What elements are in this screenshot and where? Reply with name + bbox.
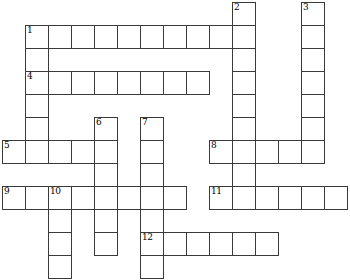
grid-cell[interactable] <box>48 140 72 164</box>
grid-cell[interactable] <box>301 71 325 95</box>
grid-cell[interactable] <box>209 25 233 49</box>
grid-cell[interactable] <box>255 232 279 256</box>
grid-cell[interactable]: 4 <box>25 71 49 95</box>
grid-cell[interactable] <box>232 232 256 256</box>
clue-number: 1 <box>27 26 32 35</box>
grid-cell[interactable] <box>48 232 72 256</box>
grid-cell[interactable] <box>255 186 279 210</box>
grid-cell[interactable] <box>140 140 164 164</box>
grid-cell[interactable] <box>301 25 325 49</box>
grid-cell[interactable] <box>140 71 164 95</box>
crossword-board: 231467589101112 <box>0 0 350 280</box>
grid-cell[interactable]: 12 <box>140 232 164 256</box>
grid-cell[interactable] <box>48 25 72 49</box>
grid-cell[interactable]: 6 <box>94 117 118 141</box>
grid-cell[interactable] <box>278 140 302 164</box>
grid-cell[interactable]: 8 <box>209 140 233 164</box>
grid-cell[interactable] <box>71 140 95 164</box>
grid-cell[interactable]: 2 <box>232 2 256 26</box>
grid-cell[interactable]: 7 <box>140 117 164 141</box>
grid-cell[interactable] <box>71 71 95 95</box>
clue-number: 8 <box>211 141 216 150</box>
grid-cell[interactable]: 3 <box>301 2 325 26</box>
grid-cell[interactable] <box>186 25 210 49</box>
grid-cell[interactable]: 11 <box>209 186 233 210</box>
crossword-page: 231467589101112 <box>0 0 350 280</box>
grid-cell[interactable] <box>232 94 256 118</box>
grid-cell[interactable] <box>186 71 210 95</box>
grid-cell[interactable] <box>25 140 49 164</box>
grid-cell[interactable] <box>232 186 256 210</box>
grid-cell[interactable] <box>140 25 164 49</box>
clue-number: 4 <box>27 72 32 81</box>
grid-cell[interactable] <box>25 117 49 141</box>
grid-cell[interactable] <box>209 232 233 256</box>
grid-cell[interactable] <box>25 186 49 210</box>
grid-cell[interactable]: 9 <box>2 186 26 210</box>
grid-cell[interactable]: 1 <box>25 25 49 49</box>
grid-cell[interactable] <box>301 186 325 210</box>
grid-cell[interactable] <box>94 140 118 164</box>
grid-cell[interactable] <box>232 71 256 95</box>
grid-cell[interactable] <box>94 25 118 49</box>
clue-number: 11 <box>211 187 221 196</box>
grid-cell[interactable] <box>140 163 164 187</box>
grid-cell[interactable] <box>232 117 256 141</box>
grid-cell[interactable] <box>301 94 325 118</box>
grid-cell[interactable] <box>163 71 187 95</box>
grid-cell[interactable] <box>71 186 95 210</box>
grid-cell[interactable] <box>48 71 72 95</box>
clue-number: 10 <box>50 187 60 196</box>
grid-cell[interactable] <box>278 186 302 210</box>
grid-cell[interactable] <box>232 163 256 187</box>
grid-cell[interactable] <box>71 25 95 49</box>
clue-number: 7 <box>142 118 147 127</box>
grid-cell[interactable] <box>48 209 72 233</box>
grid-cell[interactable] <box>117 186 141 210</box>
grid-cell[interactable] <box>140 209 164 233</box>
grid-cell[interactable] <box>324 186 348 210</box>
clue-number: 6 <box>96 118 101 127</box>
grid-cell[interactable] <box>163 232 187 256</box>
grid-cell[interactable] <box>163 25 187 49</box>
grid-cell[interactable] <box>140 255 164 279</box>
grid-cell[interactable] <box>301 48 325 72</box>
grid-cell[interactable] <box>301 140 325 164</box>
grid-cell[interactable] <box>94 186 118 210</box>
grid-cell[interactable] <box>94 163 118 187</box>
clue-number: 2 <box>234 3 239 12</box>
grid-cell[interactable] <box>94 71 118 95</box>
grid-cell[interactable]: 10 <box>48 186 72 210</box>
grid-cell[interactable] <box>25 94 49 118</box>
clue-number: 12 <box>142 233 152 242</box>
grid-cell[interactable] <box>232 48 256 72</box>
clue-number: 9 <box>4 187 9 196</box>
grid-cell[interactable] <box>94 232 118 256</box>
grid-cell[interactable]: 5 <box>2 140 26 164</box>
grid-cell[interactable] <box>232 25 256 49</box>
grid-cell[interactable] <box>117 71 141 95</box>
clue-number: 3 <box>303 3 308 12</box>
grid-cell[interactable] <box>255 140 279 164</box>
grid-cell[interactable] <box>301 117 325 141</box>
grid-cell[interactable] <box>117 25 141 49</box>
clue-number: 5 <box>4 141 9 150</box>
grid-cell[interactable] <box>140 186 164 210</box>
grid-cell[interactable] <box>232 140 256 164</box>
grid-cell[interactable] <box>25 48 49 72</box>
grid-cell[interactable] <box>186 232 210 256</box>
grid-cell[interactable] <box>94 209 118 233</box>
grid-cell[interactable] <box>48 255 72 279</box>
grid-cell[interactable] <box>163 186 187 210</box>
